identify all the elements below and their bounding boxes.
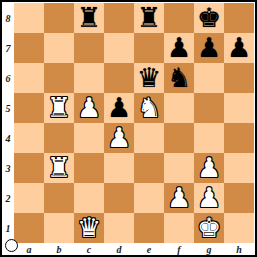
square-e4[interactable] [134,123,164,153]
piece-white-pawn-g3: ♟ [194,153,224,183]
piece-white-king-g1: ♚ [194,213,224,243]
piece-white-pawn-g2: ♟ [194,183,224,213]
rank-label-4: 4 [2,123,14,153]
square-d4[interactable]: ♟ [104,123,134,153]
square-c6[interactable] [74,63,104,93]
square-c1[interactable]: ♛ [74,213,104,243]
rank-label-5: 5 [2,93,14,123]
square-a2[interactable] [14,183,44,213]
square-h6[interactable] [224,63,254,93]
rank-label-3: 3 [2,153,14,183]
square-h1[interactable] [224,213,254,243]
piece-white-pawn-f2: ♟ [164,183,194,213]
piece-white-rook-b5: ♜ [44,93,74,123]
square-h7[interactable]: ♟ [224,33,254,63]
square-b1[interactable] [44,213,74,243]
square-d2[interactable] [104,183,134,213]
square-d1[interactable] [104,213,134,243]
square-f7[interactable]: ♟ [164,33,194,63]
rank-label-8: 8 [2,3,14,33]
square-b3[interactable]: ♜ [44,153,74,183]
square-f1[interactable] [164,213,194,243]
square-f2[interactable]: ♟ [164,183,194,213]
file-labels: abcdefgh [14,243,254,255]
square-g1[interactable]: ♚ [194,213,224,243]
piece-white-rook-b3: ♜ [44,153,74,183]
square-g4[interactable] [194,123,224,153]
square-f8[interactable] [164,3,194,33]
piece-black-pawn-d5: ♟ [104,93,134,123]
square-d5[interactable]: ♟ [104,93,134,123]
chess-board: ♜♜♚♟♟♟♛♞♜♟♟♞♟♜♟♟♟♛♚ [14,3,254,243]
square-a5[interactable] [14,93,44,123]
square-f6[interactable]: ♞ [164,63,194,93]
piece-black-pawn-h7: ♟ [224,33,254,63]
square-h2[interactable] [224,183,254,213]
chess-diagram: 87654321 ♜♜♚♟♟♟♛♞♜♟♟♞♟♜♟♟♟♛♚ abcdefgh [0,0,257,257]
rank-label-6: 6 [2,63,14,93]
square-h3[interactable] [224,153,254,183]
file-label-b: b [44,243,74,255]
square-d6[interactable] [104,63,134,93]
square-e3[interactable] [134,153,164,183]
piece-black-pawn-f7: ♟ [164,33,194,63]
square-h8[interactable] [224,3,254,33]
square-h4[interactable] [224,123,254,153]
white-to-move-indicator-icon [5,239,18,252]
square-e5[interactable]: ♞ [134,93,164,123]
square-c8[interactable]: ♜ [74,3,104,33]
diagram-background: 87654321 ♜♜♚♟♟♟♛♞♜♟♟♞♟♜♟♟♟♛♚ abcdefgh [2,2,255,255]
rank-label-7: 7 [2,33,14,63]
square-g5[interactable] [194,93,224,123]
square-d3[interactable] [104,153,134,183]
square-e2[interactable] [134,183,164,213]
square-g7[interactable]: ♟ [194,33,224,63]
square-c7[interactable] [74,33,104,63]
square-b5[interactable]: ♜ [44,93,74,123]
piece-black-knight-f6: ♞ [164,63,194,93]
square-d8[interactable] [104,3,134,33]
square-e6[interactable]: ♛ [134,63,164,93]
square-a4[interactable] [14,123,44,153]
file-label-h: h [224,243,254,255]
square-a3[interactable] [14,153,44,183]
square-g6[interactable] [194,63,224,93]
file-label-f: f [164,243,194,255]
square-e1[interactable] [134,213,164,243]
square-b8[interactable] [44,3,74,33]
piece-white-queen-c1: ♛ [74,213,104,243]
square-c4[interactable] [74,123,104,153]
square-f4[interactable] [164,123,194,153]
square-a6[interactable] [14,63,44,93]
square-a8[interactable] [14,3,44,33]
file-label-g: g [194,243,224,255]
piece-black-pawn-g7: ♟ [194,33,224,63]
square-c3[interactable] [74,153,104,183]
piece-black-rook-e8: ♜ [134,3,164,33]
square-b4[interactable] [44,123,74,153]
piece-white-pawn-c5: ♟ [74,93,104,123]
square-b7[interactable] [44,33,74,63]
square-a7[interactable] [14,33,44,63]
piece-black-rook-c8: ♜ [74,3,104,33]
square-f3[interactable] [164,153,194,183]
piece-white-knight-e5: ♞ [134,93,164,123]
file-label-d: d [104,243,134,255]
square-g2[interactable]: ♟ [194,183,224,213]
piece-black-king-g8: ♚ [194,3,224,33]
square-h5[interactable] [224,93,254,123]
file-label-a: a [14,243,44,255]
square-e8[interactable]: ♜ [134,3,164,33]
square-e7[interactable] [134,33,164,63]
square-d7[interactable] [104,33,134,63]
file-label-c: c [74,243,104,255]
square-b6[interactable] [44,63,74,93]
square-f5[interactable] [164,93,194,123]
rank-labels: 87654321 [2,3,14,243]
square-a1[interactable] [14,213,44,243]
square-c5[interactable]: ♟ [74,93,104,123]
piece-black-queen-e6: ♛ [134,63,164,93]
square-c2[interactable] [74,183,104,213]
square-g3[interactable]: ♟ [194,153,224,183]
square-b2[interactable] [44,183,74,213]
rank-label-2: 2 [2,183,14,213]
piece-white-pawn-d4: ♟ [104,123,134,153]
square-g8[interactable]: ♚ [194,3,224,33]
file-label-e: e [134,243,164,255]
